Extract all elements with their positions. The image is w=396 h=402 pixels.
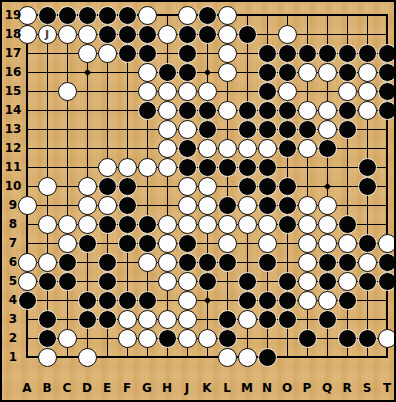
- column-letter-label: O: [277, 382, 297, 394]
- white-stone[interactable]: [138, 82, 157, 101]
- white-stone[interactable]: J: [38, 25, 57, 44]
- black-stone[interactable]: [318, 44, 337, 63]
- black-stone[interactable]: [58, 253, 77, 272]
- black-stone[interactable]: [38, 6, 57, 25]
- black-stone[interactable]: [218, 253, 237, 272]
- white-stone[interactable]: [318, 215, 337, 234]
- black-stone[interactable]: [338, 215, 357, 234]
- black-stone[interactable]: [178, 139, 197, 158]
- white-stone[interactable]: [98, 196, 117, 215]
- white-stone[interactable]: [318, 63, 337, 82]
- white-stone[interactable]: [318, 196, 337, 215]
- black-stone[interactable]: [258, 196, 277, 215]
- white-stone[interactable]: [38, 177, 57, 196]
- black-stone[interactable]: [258, 82, 277, 101]
- white-stone[interactable]: [178, 310, 197, 329]
- white-stone[interactable]: [38, 253, 57, 272]
- black-stone[interactable]: [258, 253, 277, 272]
- white-stone[interactable]: [298, 272, 317, 291]
- black-stone[interactable]: [238, 25, 257, 44]
- white-stone[interactable]: [298, 234, 317, 253]
- black-stone[interactable]: [58, 6, 77, 25]
- white-stone[interactable]: [78, 348, 97, 367]
- black-stone[interactable]: [118, 196, 137, 215]
- white-stone[interactable]: [218, 348, 237, 367]
- row-number-label: 9: [2, 199, 24, 211]
- black-stone[interactable]: [278, 63, 297, 82]
- white-stone[interactable]: [158, 120, 177, 139]
- black-stone[interactable]: [278, 291, 297, 310]
- black-stone[interactable]: [38, 329, 57, 348]
- white-stone[interactable]: [338, 82, 357, 101]
- black-stone[interactable]: [358, 234, 377, 253]
- row-number-label: 14: [2, 104, 24, 116]
- column-letter-label: H: [157, 382, 177, 394]
- white-stone[interactable]: [238, 196, 257, 215]
- white-stone[interactable]: [218, 215, 237, 234]
- black-stone[interactable]: [278, 177, 297, 196]
- column-letter-label: J: [177, 382, 197, 394]
- black-stone[interactable]: [358, 177, 377, 196]
- row-number-label: 11: [2, 161, 24, 173]
- white-stone[interactable]: [298, 139, 317, 158]
- white-stone[interactable]: [218, 6, 237, 25]
- black-stone[interactable]: [238, 272, 257, 291]
- white-stone[interactable]: [318, 291, 337, 310]
- white-stone[interactable]: [78, 44, 97, 63]
- black-stone[interactable]: [278, 120, 297, 139]
- white-stone[interactable]: [218, 63, 237, 82]
- row-number-label: 6: [2, 256, 24, 268]
- row-number-label: 16: [2, 66, 24, 78]
- white-stone[interactable]: [158, 101, 177, 120]
- column-letter-label: K: [197, 382, 217, 394]
- row-number-label: 7: [2, 237, 24, 249]
- black-stone[interactable]: [178, 25, 197, 44]
- white-stone[interactable]: [238, 139, 257, 158]
- white-stone[interactable]: [298, 101, 317, 120]
- white-stone[interactable]: [218, 101, 237, 120]
- black-stone[interactable]: [378, 272, 396, 291]
- black-stone[interactable]: [378, 63, 396, 82]
- black-stone[interactable]: [98, 310, 117, 329]
- black-stone[interactable]: [278, 310, 297, 329]
- white-stone[interactable]: [38, 215, 57, 234]
- row-number-label: 10: [2, 180, 24, 192]
- black-stone[interactable]: [118, 291, 137, 310]
- black-stone[interactable]: [98, 253, 117, 272]
- white-stone[interactable]: [138, 158, 157, 177]
- black-stone[interactable]: [198, 272, 217, 291]
- column-letter-label: R: [337, 382, 357, 394]
- white-stone[interactable]: [158, 234, 177, 253]
- black-stone[interactable]: [118, 25, 137, 44]
- black-stone[interactable]: [198, 120, 217, 139]
- black-stone[interactable]: [98, 272, 117, 291]
- black-stone[interactable]: [238, 158, 257, 177]
- white-stone[interactable]: [258, 215, 277, 234]
- black-stone[interactable]: [58, 272, 77, 291]
- white-stone[interactable]: [358, 82, 377, 101]
- white-stone[interactable]: [58, 215, 77, 234]
- white-stone[interactable]: [118, 158, 137, 177]
- black-stone[interactable]: [278, 272, 297, 291]
- column-letter-label: F: [117, 382, 137, 394]
- black-stone[interactable]: [378, 253, 396, 272]
- black-stone[interactable]: [198, 25, 217, 44]
- black-stone[interactable]: [118, 177, 137, 196]
- white-stone[interactable]: [238, 215, 257, 234]
- black-stone[interactable]: [278, 215, 297, 234]
- move-label: J: [39, 26, 56, 43]
- black-stone[interactable]: [198, 101, 217, 120]
- white-stone[interactable]: [138, 253, 157, 272]
- black-stone[interactable]: [298, 329, 317, 348]
- white-stone[interactable]: [318, 101, 337, 120]
- white-stone[interactable]: [78, 215, 97, 234]
- black-stone[interactable]: [238, 291, 257, 310]
- white-stone[interactable]: [158, 25, 177, 44]
- row-number-label: 5: [2, 275, 24, 287]
- black-stone[interactable]: [258, 44, 277, 63]
- black-stone[interactable]: [338, 120, 357, 139]
- white-stone[interactable]: [98, 44, 117, 63]
- white-stone[interactable]: [58, 329, 77, 348]
- black-stone[interactable]: [118, 6, 137, 25]
- column-letter-label: A: [17, 382, 37, 394]
- black-stone[interactable]: [318, 310, 337, 329]
- black-stone[interactable]: [178, 234, 197, 253]
- black-stone[interactable]: [38, 272, 57, 291]
- black-stone[interactable]: [138, 234, 157, 253]
- black-stone[interactable]: [338, 253, 357, 272]
- column-letter-label: G: [137, 382, 157, 394]
- black-stone[interactable]: [358, 272, 377, 291]
- row-number-label: 4: [2, 294, 24, 306]
- white-stone[interactable]: [318, 120, 337, 139]
- white-stone[interactable]: [138, 329, 157, 348]
- white-stone[interactable]: [378, 234, 396, 253]
- white-stone[interactable]: [118, 310, 137, 329]
- row-number-label: 3: [2, 313, 24, 325]
- white-stone[interactable]: [218, 25, 237, 44]
- white-stone[interactable]: [98, 158, 117, 177]
- black-stone[interactable]: [198, 6, 217, 25]
- black-stone[interactable]: [258, 120, 277, 139]
- white-stone[interactable]: [178, 82, 197, 101]
- row-number-label: 17: [2, 47, 24, 59]
- black-stone[interactable]: [278, 101, 297, 120]
- white-stone[interactable]: [198, 177, 217, 196]
- black-stone[interactable]: [178, 253, 197, 272]
- black-stone[interactable]: [258, 63, 277, 82]
- white-stone[interactable]: [278, 25, 297, 44]
- black-stone[interactable]: [338, 44, 357, 63]
- black-stone[interactable]: [238, 177, 257, 196]
- black-stone[interactable]: [258, 101, 277, 120]
- black-stone[interactable]: [318, 272, 337, 291]
- white-stone[interactable]: [318, 234, 337, 253]
- row-number-label: 13: [2, 123, 24, 135]
- white-stone[interactable]: [238, 348, 257, 367]
- row-number-label: 19: [2, 9, 24, 21]
- white-stone[interactable]: [158, 310, 177, 329]
- row-number-label: 18: [2, 28, 24, 40]
- black-stone[interactable]: [178, 101, 197, 120]
- white-stone[interactable]: [198, 215, 217, 234]
- white-stone[interactable]: [158, 253, 177, 272]
- black-stone[interactable]: [378, 101, 396, 120]
- black-stone[interactable]: [138, 215, 157, 234]
- row-number-label: 1: [2, 351, 24, 363]
- row-number-label: 8: [2, 218, 24, 230]
- black-stone[interactable]: [178, 158, 197, 177]
- white-stone[interactable]: [158, 158, 177, 177]
- black-stone[interactable]: [338, 329, 357, 348]
- row-number-label: 2: [2, 332, 24, 344]
- white-stone[interactable]: [298, 253, 317, 272]
- black-stone[interactable]: [278, 139, 297, 158]
- white-stone[interactable]: [238, 310, 257, 329]
- black-stone[interactable]: [98, 6, 117, 25]
- black-stone[interactable]: [218, 329, 237, 348]
- white-stone[interactable]: [198, 196, 217, 215]
- white-stone[interactable]: [178, 272, 197, 291]
- white-stone[interactable]: [378, 329, 396, 348]
- white-stone[interactable]: [218, 139, 237, 158]
- black-stone[interactable]: [78, 6, 97, 25]
- white-stone[interactable]: [258, 234, 277, 253]
- black-stone[interactable]: [258, 310, 277, 329]
- black-stone[interactable]: [158, 63, 177, 82]
- white-stone[interactable]: [178, 196, 197, 215]
- white-stone[interactable]: [138, 310, 157, 329]
- white-stone[interactable]: [218, 44, 237, 63]
- black-stone[interactable]: [378, 44, 396, 63]
- white-stone[interactable]: [178, 120, 197, 139]
- white-stone[interactable]: [78, 177, 97, 196]
- black-stone[interactable]: [98, 177, 117, 196]
- column-letter-label: P: [297, 382, 317, 394]
- white-stone[interactable]: [298, 215, 317, 234]
- column-letter-label: E: [97, 382, 117, 394]
- white-stone[interactable]: [138, 63, 157, 82]
- black-stone[interactable]: [198, 158, 217, 177]
- white-stone[interactable]: [58, 25, 77, 44]
- white-stone[interactable]: [298, 63, 317, 82]
- grid-line: [67, 14, 68, 358]
- black-stone[interactable]: [138, 44, 157, 63]
- black-stone[interactable]: [78, 291, 97, 310]
- black-stone[interactable]: [358, 158, 377, 177]
- black-stone[interactable]: [138, 291, 157, 310]
- white-stone[interactable]: [198, 82, 217, 101]
- black-stone[interactable]: [258, 158, 277, 177]
- column-letter-label: L: [217, 382, 237, 394]
- white-stone[interactable]: [78, 196, 97, 215]
- black-stone[interactable]: [358, 329, 377, 348]
- black-stone[interactable]: [38, 310, 57, 329]
- black-stone[interactable]: [238, 120, 257, 139]
- black-stone[interactable]: [118, 44, 137, 63]
- black-stone[interactable]: [178, 44, 197, 63]
- white-stone[interactable]: [158, 272, 177, 291]
- white-stone[interactable]: [338, 234, 357, 253]
- column-letter-label: T: [377, 382, 396, 394]
- row-number-label: 15: [2, 85, 24, 97]
- black-stone[interactable]: [338, 291, 357, 310]
- white-stone[interactable]: [78, 25, 97, 44]
- white-stone[interactable]: [358, 253, 377, 272]
- column-letter-label: B: [37, 382, 57, 394]
- white-stone[interactable]: [258, 139, 277, 158]
- black-stone[interactable]: [318, 253, 337, 272]
- column-letter-label: Q: [317, 382, 337, 394]
- black-stone[interactable]: [338, 101, 357, 120]
- white-stone[interactable]: [58, 82, 77, 101]
- white-stone[interactable]: [158, 215, 177, 234]
- white-stone[interactable]: [178, 329, 197, 348]
- white-stone[interactable]: [158, 82, 177, 101]
- white-stone[interactable]: [178, 6, 197, 25]
- black-stone[interactable]: [318, 139, 337, 158]
- black-stone[interactable]: [98, 25, 117, 44]
- column-letter-label: D: [77, 382, 97, 394]
- white-stone[interactable]: [178, 291, 197, 310]
- black-stone[interactable]: [118, 234, 137, 253]
- white-stone[interactable]: [118, 329, 137, 348]
- white-stone[interactable]: [298, 196, 317, 215]
- black-stone[interactable]: [218, 158, 237, 177]
- black-stone[interactable]: [338, 63, 357, 82]
- black-stone[interactable]: [298, 120, 317, 139]
- black-stone[interactable]: [138, 101, 157, 120]
- white-stone[interactable]: [298, 291, 317, 310]
- black-stone[interactable]: [118, 215, 137, 234]
- white-stone[interactable]: [58, 234, 77, 253]
- white-stone[interactable]: [358, 101, 377, 120]
- column-letter-label: M: [237, 382, 257, 394]
- white-stone[interactable]: [178, 215, 197, 234]
- white-stone[interactable]: [178, 177, 197, 196]
- black-stone[interactable]: [78, 310, 97, 329]
- white-stone[interactable]: [198, 139, 217, 158]
- white-stone[interactable]: [38, 348, 57, 367]
- white-stone[interactable]: [278, 82, 297, 101]
- black-stone[interactable]: [158, 329, 177, 348]
- white-stone[interactable]: [218, 234, 237, 253]
- row-number-label: 12: [2, 142, 24, 154]
- black-stone[interactable]: [258, 348, 277, 367]
- black-stone[interactable]: [258, 177, 277, 196]
- black-stone[interactable]: [258, 291, 277, 310]
- white-stone[interactable]: [358, 63, 377, 82]
- black-stone[interactable]: [378, 82, 396, 101]
- column-letter-label: C: [57, 382, 77, 394]
- black-stone[interactable]: [238, 101, 257, 120]
- black-stone[interactable]: [278, 196, 297, 215]
- white-stone[interactable]: [138, 6, 157, 25]
- white-stone[interactable]: [338, 272, 357, 291]
- column-letter-label: S: [357, 382, 377, 394]
- black-stone[interactable]: [138, 25, 157, 44]
- black-stone[interactable]: [98, 291, 117, 310]
- black-stone[interactable]: [218, 310, 237, 329]
- white-stone[interactable]: [158, 139, 177, 158]
- black-stone[interactable]: [278, 44, 297, 63]
- black-stone[interactable]: [298, 44, 317, 63]
- go-board[interactable]: J 19181716151413121110987654321ABCDEFGHJ…: [0, 0, 396, 402]
- black-stone[interactable]: [358, 44, 377, 63]
- column-letter-label: N: [257, 382, 277, 394]
- black-stone[interactable]: [198, 253, 217, 272]
- black-stone[interactable]: [178, 63, 197, 82]
- black-stone[interactable]: [98, 215, 117, 234]
- black-stone[interactable]: [218, 196, 237, 215]
- white-stone[interactable]: [198, 329, 217, 348]
- black-stone[interactable]: [78, 234, 97, 253]
